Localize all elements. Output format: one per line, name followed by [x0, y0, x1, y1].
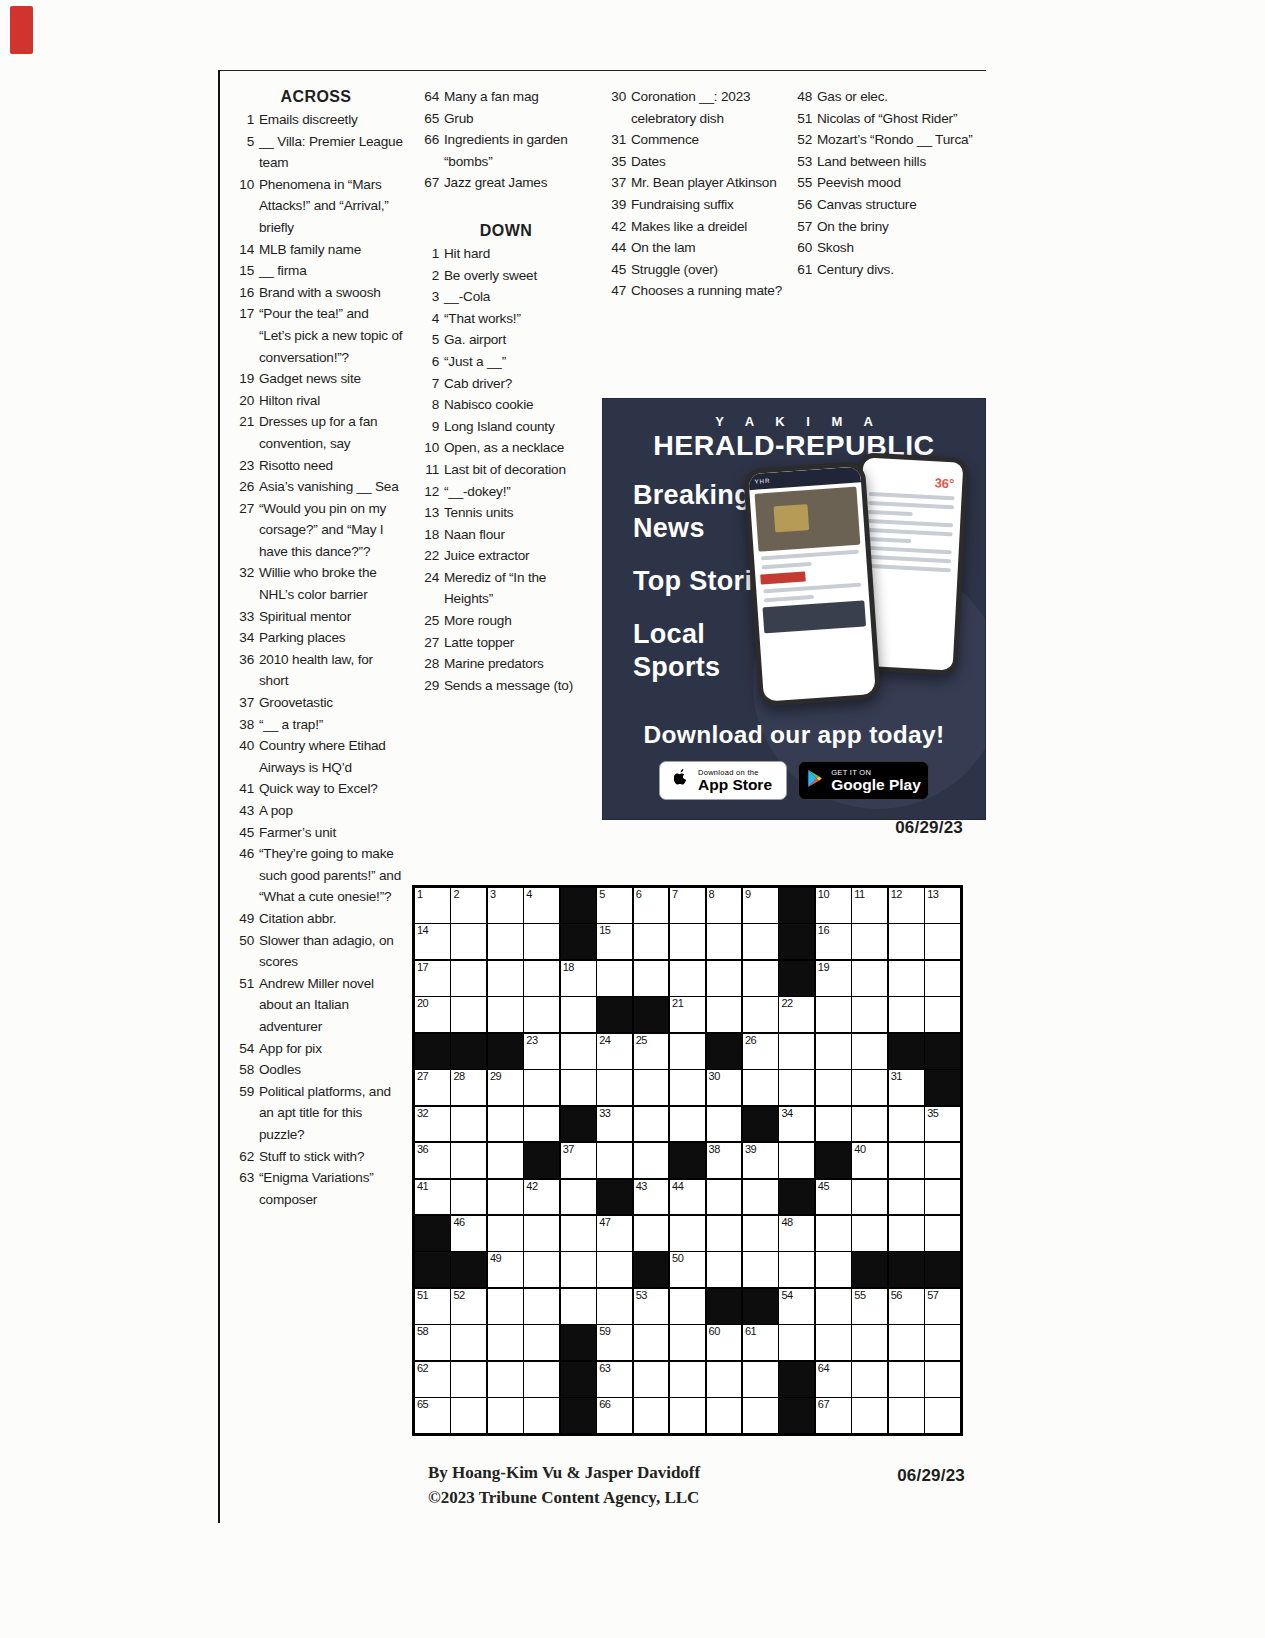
grid-cell[interactable]	[743, 961, 778, 996]
grid-cell[interactable]	[597, 1143, 632, 1178]
grid-cell[interactable]	[779, 1070, 814, 1105]
clue-text: Many a fan mag	[444, 86, 598, 108]
grid-cell[interactable]: 66	[597, 1398, 632, 1433]
clue: 63“Enigma Variations” composer	[229, 1167, 403, 1210]
clue: 21Dresses up for a fan convention, say	[229, 411, 403, 454]
grid-cell[interactable]	[670, 1107, 705, 1142]
clue: 9Long Island county	[414, 416, 598, 438]
clue: 27Latte topper	[414, 632, 598, 654]
grid-cell[interactable]	[524, 1398, 559, 1433]
clue-section-header: ACROSS	[229, 86, 403, 108]
grid-cell[interactable]	[816, 1252, 851, 1287]
phone-news-photo	[755, 487, 861, 552]
clue-number: 24	[414, 567, 444, 610]
grid-cell[interactable]	[634, 1107, 669, 1142]
grid-cell[interactable]: 60	[707, 1325, 742, 1360]
grid-cell[interactable]	[524, 1362, 559, 1397]
grid-cell[interactable]: 48	[779, 1216, 814, 1251]
grid-cell[interactable]: 61	[743, 1325, 778, 1360]
grid-cell[interactable]	[889, 1362, 924, 1397]
grid-cell[interactable]	[925, 997, 960, 1032]
grid-cell[interactable]	[779, 1143, 814, 1178]
cell-number: 35	[927, 1107, 938, 1120]
grid-cell[interactable]: 62	[415, 1362, 450, 1397]
grid-cell[interactable]	[743, 1216, 778, 1251]
clue: 23Risotto need	[229, 455, 403, 477]
grid-cell[interactable]: 7	[670, 888, 705, 923]
grid-cell[interactable]: 28	[451, 1070, 486, 1105]
clue-text: Naan flour	[444, 524, 598, 546]
grid-cell[interactable]	[561, 1034, 596, 1069]
clue-column-across: ACROSS1Emails discreetly5__ Villa: Premi…	[229, 86, 403, 1210]
clue: 37Mr. Bean player Atkinson	[601, 172, 786, 194]
clue-number: 10	[229, 174, 259, 239]
grid-cell[interactable]	[707, 961, 742, 996]
grid-cell[interactable]: 16	[816, 924, 851, 959]
clue-text: Asia’s vanishing __ Sea	[259, 476, 403, 498]
grid-cell[interactable]	[925, 1216, 960, 1251]
grid-cell[interactable]: 39	[743, 1143, 778, 1178]
grid-cell[interactable]	[852, 1034, 887, 1069]
grid-cell[interactable]	[634, 1143, 669, 1178]
cell-number: 27	[417, 1070, 428, 1083]
grid-cell[interactable]	[925, 1325, 960, 1360]
grid-cell[interactable]	[670, 1325, 705, 1360]
grid-cell[interactable]	[561, 1252, 596, 1287]
cell-number: 21	[672, 997, 683, 1010]
black-square	[779, 1362, 814, 1397]
cell-number: 17	[417, 961, 428, 974]
grid-cell[interactable]: 47	[597, 1216, 632, 1251]
grid-cell[interactable]: 21	[670, 997, 705, 1032]
grid-cell[interactable]	[743, 997, 778, 1032]
grid-cell[interactable]	[852, 1070, 887, 1105]
grid-cell[interactable]: 36	[415, 1143, 450, 1178]
grid-cell[interactable]: 67	[816, 1398, 851, 1433]
clue: 64Many a fan mag	[414, 86, 598, 108]
grid-cell[interactable]	[524, 1216, 559, 1251]
google-play-badge[interactable]: GET IT ON Google Play	[798, 761, 929, 800]
phone-dark-card	[763, 600, 867, 633]
grid-cell[interactable]	[925, 1398, 960, 1433]
clue-number: 23	[229, 455, 259, 477]
grid-cell[interactable]	[561, 1070, 596, 1105]
clue-text: __ Villa: Premier League team	[259, 131, 403, 174]
grid-cell[interactable]: 27	[415, 1070, 450, 1105]
grid-cell[interactable]: 34	[779, 1107, 814, 1142]
grid-cell[interactable]: 5	[597, 888, 632, 923]
clue-text: Ingredients in garden “bombs”	[444, 129, 598, 172]
clue-text: App for pix	[259, 1038, 403, 1060]
grid-cell[interactable]: 37	[561, 1143, 596, 1178]
grid-cell[interactable]	[816, 1325, 851, 1360]
grid-cell[interactable]	[670, 924, 705, 959]
grid-cell[interactable]	[816, 1107, 851, 1142]
grid-cell[interactable]	[852, 1398, 887, 1433]
grid-cell[interactable]	[561, 1180, 596, 1215]
cell-number: 33	[599, 1107, 610, 1120]
grid-cell[interactable]	[670, 1216, 705, 1251]
grid-cell[interactable]	[634, 1070, 669, 1105]
clue: 67Jazz great James	[414, 172, 598, 194]
grid-cell[interactable]: 22	[779, 997, 814, 1032]
grid-cell[interactable]: 42	[524, 1180, 559, 1215]
grid-cell[interactable]	[524, 997, 559, 1032]
clue-number: 5	[229, 131, 259, 174]
clue-column-down-2: 30Coronation __: 2023 celebratory dish31…	[601, 86, 786, 302]
clue-text: Commence	[631, 129, 786, 151]
grid-cell[interactable]	[634, 961, 669, 996]
grid-cell[interactable]	[524, 961, 559, 996]
grid-cell[interactable]: 29	[488, 1070, 523, 1105]
cell-number: 32	[417, 1107, 428, 1120]
grid-cell[interactable]	[670, 961, 705, 996]
grid-cell[interactable]	[561, 1289, 596, 1324]
clue-number: 34	[229, 627, 259, 649]
cell-number: 23	[526, 1034, 537, 1047]
clue-text: Struggle (over)	[631, 259, 786, 281]
grid-cell[interactable]	[707, 1362, 742, 1397]
grid-cell[interactable]: 10	[816, 888, 851, 923]
grid-cell[interactable]	[634, 1362, 669, 1397]
grid-cell[interactable]	[597, 1252, 632, 1287]
clue: 47Chooses a running mate?	[601, 280, 786, 302]
clue-text: Willie who broke the NHL’s color barrier	[259, 562, 403, 605]
grid-cell[interactable]	[852, 1107, 887, 1142]
grid-cell[interactable]: 35	[925, 1107, 960, 1142]
clue-text: Andrew Miller novel about an Italian adv…	[259, 973, 403, 1038]
grid-cell[interactable]	[597, 1289, 632, 1324]
grid-cell[interactable]	[524, 1107, 559, 1142]
clue: 28Marine predators	[414, 653, 598, 675]
cell-number: 52	[453, 1289, 464, 1302]
clue: 19Gadget news site	[229, 368, 403, 390]
grid-cell[interactable]: 56	[889, 1289, 924, 1324]
grid-cell[interactable]	[779, 1034, 814, 1069]
grid-cell[interactable]	[852, 1180, 887, 1215]
grid-cell[interactable]	[852, 961, 887, 996]
app-store-badge[interactable]: Download on the App Store	[659, 761, 787, 800]
grid-cell[interactable]: 32	[415, 1107, 450, 1142]
grid-cell[interactable]	[670, 1034, 705, 1069]
black-square	[524, 1143, 559, 1178]
grid-cell[interactable]	[707, 924, 742, 959]
grid-cell[interactable]: 50	[670, 1252, 705, 1287]
grid-cell[interactable]	[925, 924, 960, 959]
clue-number: 42	[601, 216, 631, 238]
clue-text: MLB family name	[259, 239, 403, 261]
grid-cell[interactable]: 9	[743, 888, 778, 923]
grid-cell[interactable]: 53	[634, 1289, 669, 1324]
grid-cell[interactable]	[561, 1216, 596, 1251]
grid-cell[interactable]	[889, 1180, 924, 1215]
grid-cell[interactable]: 43	[634, 1180, 669, 1215]
clue-number: 37	[229, 692, 259, 714]
grid-cell[interactable]: 11	[852, 888, 887, 923]
grid-cell[interactable]	[597, 1070, 632, 1105]
grid-cell[interactable]: 1	[415, 888, 450, 923]
clue: 6“Just a __”	[414, 351, 598, 373]
clue-text: Brand with a swoosh	[259, 282, 403, 304]
clue-number: 12	[414, 481, 444, 503]
clue: 29Sends a message (to)	[414, 675, 598, 697]
grid-cell[interactable]	[925, 1143, 960, 1178]
grid-cell[interactable]: 23	[524, 1034, 559, 1069]
grid-cell[interactable]	[743, 1398, 778, 1433]
cell-number: 15	[599, 924, 610, 937]
grid-cell[interactable]	[670, 1070, 705, 1105]
grid-cell[interactable]	[488, 1398, 523, 1433]
clue-text: Nicolas of “Ghost Rider”	[817, 108, 985, 130]
grid-cell[interactable]	[670, 1362, 705, 1397]
clue-number: 45	[229, 822, 259, 844]
cell-number: 67	[818, 1398, 829, 1411]
grid-cell[interactable]	[707, 1398, 742, 1433]
grid-cell[interactable]: 38	[707, 1143, 742, 1178]
black-square	[779, 924, 814, 959]
clue-number: 9	[414, 416, 444, 438]
grid-cell[interactable]	[779, 1252, 814, 1287]
grid-cell[interactable]: 40	[852, 1143, 887, 1178]
ad-call-to-action: Download our app today!	[603, 721, 985, 749]
grid-cell[interactable]: 6	[634, 888, 669, 923]
clue: 41Quick way to Excel?	[229, 778, 403, 800]
grid-cell[interactable]	[707, 1180, 742, 1215]
grid-cell[interactable]	[670, 1289, 705, 1324]
grid-cell[interactable]: 63	[597, 1362, 632, 1397]
clue-number: 11	[414, 459, 444, 481]
clue-number: 15	[229, 260, 259, 282]
grid-cell[interactable]	[889, 924, 924, 959]
clue: 1Hit hard	[414, 243, 598, 265]
clue: 31Commence	[601, 129, 786, 151]
clue-text: Ga. airport	[444, 329, 598, 351]
grid-cell[interactable]: 51	[415, 1289, 450, 1324]
clue-number: 52	[787, 129, 817, 151]
grid-cell[interactable]: 31	[889, 1070, 924, 1105]
black-square	[488, 1034, 523, 1069]
cell-number: 51	[417, 1289, 428, 1302]
black-square	[597, 1180, 632, 1215]
black-square	[561, 888, 596, 923]
cell-number: 59	[599, 1325, 610, 1338]
grid-cell[interactable]: 15	[597, 924, 632, 959]
clue-column-across-end-and-down: 64Many a fan mag65Grub66Ingredients in g…	[414, 86, 598, 696]
grid-cell[interactable]	[488, 1362, 523, 1397]
grid-cell[interactable]	[925, 1180, 960, 1215]
clue-number: 8	[414, 394, 444, 416]
clue-text: Open, as a necklace	[444, 437, 598, 459]
grid-cell[interactable]	[451, 997, 486, 1032]
grid-cell[interactable]: 52	[451, 1289, 486, 1324]
clue: 45Farmer’s unit	[229, 822, 403, 844]
grid-cell[interactable]	[634, 1398, 669, 1433]
grid-cell[interactable]	[488, 997, 523, 1032]
grid-cell[interactable]: 24	[597, 1034, 632, 1069]
grid-cell[interactable]	[852, 1216, 887, 1251]
grid-cell[interactable]: 14	[415, 924, 450, 959]
grid-cell[interactable]: 30	[707, 1070, 742, 1105]
clue-text: “__-dokey!”	[444, 481, 598, 503]
black-square	[451, 1034, 486, 1069]
grid-cell[interactable]	[451, 1143, 486, 1178]
grid-cell[interactable]	[597, 961, 632, 996]
grid-cell[interactable]	[524, 924, 559, 959]
clue-text: Hilton rival	[259, 390, 403, 412]
grid-cell[interactable]	[488, 1180, 523, 1215]
grid-cell[interactable]	[816, 1070, 851, 1105]
grid-cell[interactable]: 3	[488, 888, 523, 923]
black-square	[925, 1070, 960, 1105]
grid-cell[interactable]: 59	[597, 1325, 632, 1360]
clue: 49Citation abbr.	[229, 908, 403, 930]
black-square	[707, 1289, 742, 1324]
grid-cell[interactable]	[488, 1107, 523, 1142]
grid-cell[interactable]: 25	[634, 1034, 669, 1069]
cell-number: 47	[599, 1216, 610, 1229]
grid-cell[interactable]: 54	[779, 1289, 814, 1324]
clue-number: 4	[414, 308, 444, 330]
clue: 5Ga. airport	[414, 329, 598, 351]
grid-cell[interactable]	[524, 1325, 559, 1360]
grid-cell[interactable]	[779, 1325, 814, 1360]
grid-cell[interactable]: 17	[415, 961, 450, 996]
clue-number: 54	[229, 1038, 259, 1060]
grid-cell[interactable]	[889, 997, 924, 1032]
clue-text: Canvas structure	[817, 194, 985, 216]
black-square	[925, 1252, 960, 1287]
clue-number: 3	[414, 286, 444, 308]
grid-cell[interactable]	[634, 1216, 669, 1251]
clue-number: 19	[229, 368, 259, 390]
grid-cell[interactable]	[816, 1289, 851, 1324]
grid-cell[interactable]	[743, 1180, 778, 1215]
grid-cell[interactable]: 33	[597, 1107, 632, 1142]
grid-cell[interactable]	[524, 1070, 559, 1105]
grid-cell[interactable]	[561, 997, 596, 1032]
grid-cell[interactable]	[488, 1216, 523, 1251]
clue-text: Merediz of “In the Heights”	[444, 567, 598, 610]
grid-cell[interactable]	[743, 1252, 778, 1287]
grid-cell[interactable]	[889, 1107, 924, 1142]
grid-cell[interactable]	[925, 1362, 960, 1397]
clue-number: 20	[229, 390, 259, 412]
grid-cell[interactable]	[707, 997, 742, 1032]
grid-cell[interactable]	[451, 1325, 486, 1360]
grid-cell[interactable]	[524, 1289, 559, 1324]
grid-cell[interactable]: 18	[561, 961, 596, 996]
grid-cell[interactable]	[816, 1216, 851, 1251]
black-square	[415, 1252, 450, 1287]
black-square	[634, 997, 669, 1032]
grid-cell[interactable]: 20	[415, 997, 450, 1032]
grid-cell[interactable]	[451, 1362, 486, 1397]
grid-cell[interactable]: 64	[816, 1362, 851, 1397]
black-square	[415, 1216, 450, 1251]
grid-cell[interactable]	[889, 1325, 924, 1360]
grid-cell[interactable]	[451, 1180, 486, 1215]
grid-cell[interactable]	[852, 997, 887, 1032]
grid-cell[interactable]: 44	[670, 1180, 705, 1215]
phone-red-accent	[760, 571, 805, 584]
grid-cell[interactable]	[889, 961, 924, 996]
clue: 26Asia’s vanishing __ Sea	[229, 476, 403, 498]
clue-number: 27	[229, 498, 259, 563]
clue-number: 57	[787, 216, 817, 238]
grid-cell[interactable]	[852, 1325, 887, 1360]
grid-cell[interactable]: 58	[415, 1325, 450, 1360]
clue-text: Land between hills	[817, 151, 985, 173]
grid-cell[interactable]: 19	[816, 961, 851, 996]
grid-cell[interactable]	[816, 997, 851, 1032]
clue-text: Country where Etihad Airways is HQ’d	[259, 735, 403, 778]
grid-cell[interactable]	[451, 1398, 486, 1433]
grid-cell[interactable]	[524, 1252, 559, 1287]
grid-cell[interactable]	[707, 1216, 742, 1251]
grid-cell[interactable]: 2	[451, 888, 486, 923]
grid-cell[interactable]	[634, 924, 669, 959]
clue: 4“That works!”	[414, 308, 598, 330]
clue-text: Tennis units	[444, 502, 598, 524]
clue-text: Spiritual mentor	[259, 606, 403, 628]
grid-cell[interactable]	[451, 961, 486, 996]
clue: 17“Pour the tea!” and “Let’s pick a new …	[229, 303, 403, 368]
grid-cell[interactable]	[743, 924, 778, 959]
grid-cell[interactable]	[488, 1289, 523, 1324]
grid-cell[interactable]	[743, 1362, 778, 1397]
grid-cell[interactable]	[707, 1107, 742, 1142]
grid-cell[interactable]: 41	[415, 1180, 450, 1215]
grid-cell[interactable]	[889, 1216, 924, 1251]
grid-cell[interactable]	[451, 924, 486, 959]
grid-cell[interactable]	[488, 961, 523, 996]
grid-cell[interactable]	[743, 1070, 778, 1105]
clue-number: 16	[229, 282, 259, 304]
clue-number: 17	[229, 303, 259, 368]
grid-cell[interactable]	[889, 1398, 924, 1433]
grid-cell[interactable]	[488, 1325, 523, 1360]
grid-cell[interactable]	[925, 961, 960, 996]
grid-cell[interactable]: 46	[451, 1216, 486, 1251]
grid-cell[interactable]: 4	[524, 888, 559, 923]
grid-cell[interactable]	[488, 924, 523, 959]
black-square	[451, 1252, 486, 1287]
clue-number: 22	[414, 545, 444, 567]
grid-cell[interactable]	[451, 1107, 486, 1142]
grid-cell[interactable]: 55	[852, 1289, 887, 1324]
grid-cell[interactable]	[670, 1398, 705, 1433]
grid-cell[interactable]: 45	[816, 1180, 851, 1215]
grid-cell[interactable]: 13	[925, 888, 960, 923]
clue-text: “__ a trap!”	[259, 714, 403, 736]
grid-cell[interactable]	[852, 924, 887, 959]
grid-cell[interactable]	[816, 1034, 851, 1069]
cell-number: 19	[818, 961, 829, 974]
black-square	[707, 1034, 742, 1069]
clue: 57On the briny	[787, 216, 985, 238]
grid-cell[interactable]	[889, 1143, 924, 1178]
grid-cell[interactable]	[852, 1362, 887, 1397]
grid-cell[interactable]: 12	[889, 888, 924, 923]
grid-cell[interactable]: 65	[415, 1398, 450, 1433]
grid-cell[interactable]: 26	[743, 1034, 778, 1069]
grid-cell[interactable]: 57	[925, 1289, 960, 1324]
grid-cell[interactable]: 49	[488, 1252, 523, 1287]
grid-cell[interactable]: 8	[707, 888, 742, 923]
grid-cell[interactable]	[707, 1252, 742, 1287]
grid-cell[interactable]	[488, 1143, 523, 1178]
grid-cell[interactable]	[634, 1325, 669, 1360]
